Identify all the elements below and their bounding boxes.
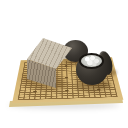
grid-cell	[110, 94, 116, 97]
go-set-product-photo	[0, 0, 128, 128]
white-stones	[81, 55, 102, 67]
